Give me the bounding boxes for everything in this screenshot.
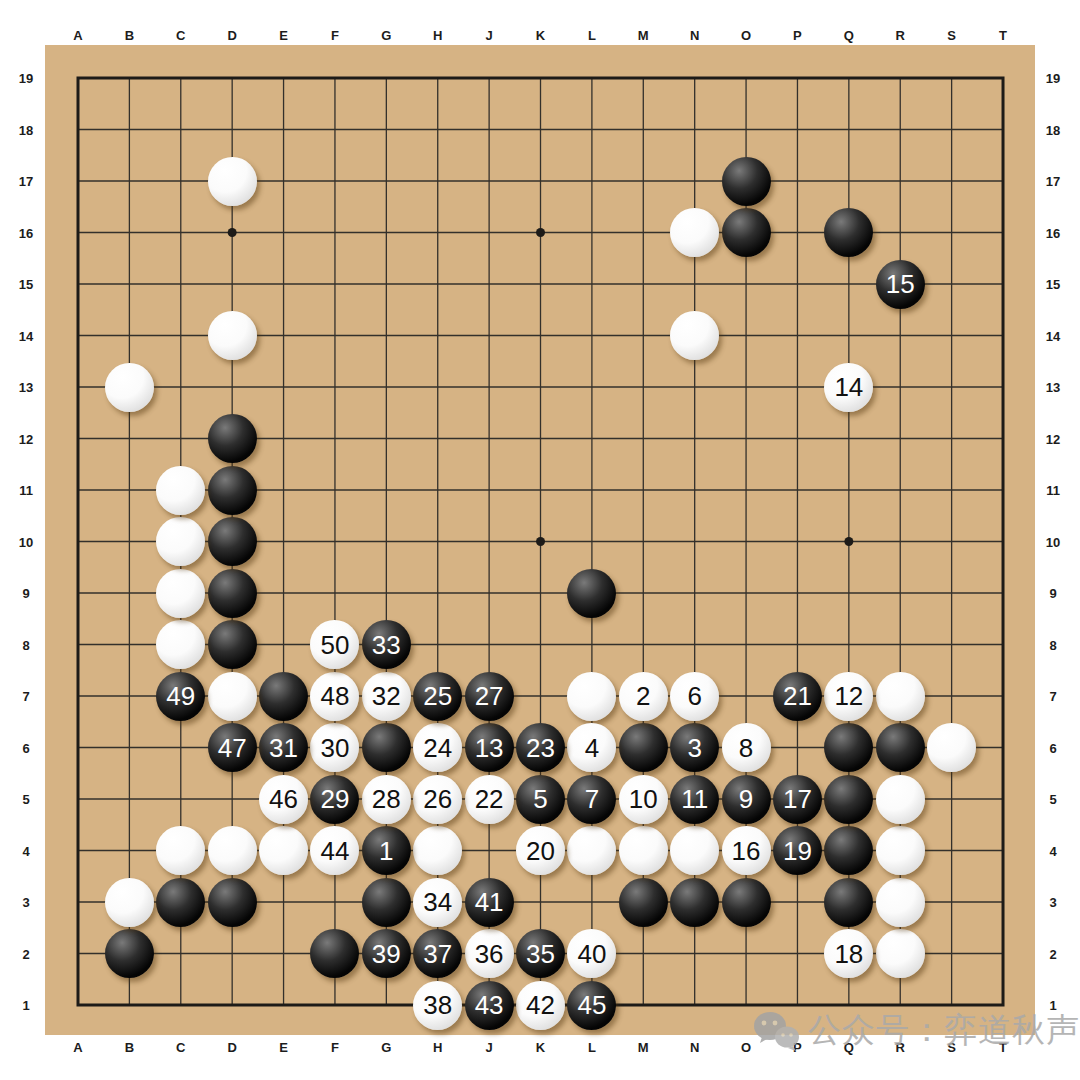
coord-label: 16	[1046, 225, 1060, 240]
stone-white-M5: 10	[619, 775, 668, 824]
stone-black-N6: 3	[670, 723, 719, 772]
coord-label: 3	[22, 895, 29, 910]
coord-label: 12	[19, 431, 33, 446]
stone-black-J3: 41	[465, 878, 514, 927]
stone-black-F5: 29	[310, 775, 359, 824]
stone-black-R6	[876, 723, 925, 772]
stone-black-H7: 25	[413, 672, 462, 721]
stone-white-L7	[567, 672, 616, 721]
stone-white-C10	[156, 517, 205, 566]
coord-label: G	[381, 28, 391, 43]
stone-black-L5: 7	[567, 775, 616, 824]
stone-black-H2: 37	[413, 929, 462, 978]
stone-white-C4	[156, 826, 205, 875]
coord-label: 14	[1046, 328, 1060, 343]
coord-label: 19	[19, 71, 33, 86]
wechat-icon	[752, 1010, 800, 1052]
stone-black-K2: 35	[516, 929, 565, 978]
stone-black-D9	[208, 569, 257, 618]
stone-black-Q5	[824, 775, 873, 824]
coord-label: 9	[1049, 586, 1056, 601]
stone-white-S6	[927, 723, 976, 772]
watermark: 公众号：弈道秋声	[752, 1008, 1080, 1053]
stone-black-L9	[567, 569, 616, 618]
stone-white-G5: 28	[362, 775, 411, 824]
stone-black-R15: 15	[876, 260, 925, 309]
stone-white-N4	[670, 826, 719, 875]
coord-label: 18	[1046, 122, 1060, 137]
stone-black-D12	[208, 414, 257, 463]
coord-label: B	[125, 28, 134, 43]
stone-white-J5: 22	[465, 775, 514, 824]
stone-white-N16	[670, 208, 719, 257]
coord-label: 13	[19, 380, 33, 395]
coord-label: O	[741, 28, 751, 43]
stone-white-O6: 8	[722, 723, 771, 772]
stone-black-O5: 9	[722, 775, 771, 824]
coord-label: 10	[1046, 534, 1060, 549]
coord-label: 1	[22, 998, 29, 1013]
stone-white-B3	[105, 878, 154, 927]
coord-label: 5	[22, 792, 29, 807]
coord-label: B	[125, 1040, 134, 1055]
stone-black-D3	[208, 878, 257, 927]
coord-label: 10	[19, 534, 33, 549]
coord-label: 9	[22, 586, 29, 601]
coord-label: Q	[844, 28, 854, 43]
stone-white-M4	[619, 826, 668, 875]
coord-label: M	[638, 28, 649, 43]
coord-label: H	[433, 28, 442, 43]
coord-label: 15	[19, 277, 33, 292]
stone-white-K4: 20	[516, 826, 565, 875]
coord-label: O	[741, 1040, 751, 1055]
coord-label: 8	[1049, 637, 1056, 652]
coord-label: 5	[1049, 792, 1056, 807]
coord-label: 4	[1049, 843, 1056, 858]
coord-label: 2	[22, 946, 29, 961]
stone-black-G4: 1	[362, 826, 411, 875]
stone-white-Q2: 18	[824, 929, 873, 978]
coord-label: 19	[1046, 71, 1060, 86]
stone-white-O4: 16	[722, 826, 771, 875]
coord-label: 3	[1049, 895, 1056, 910]
coord-label: T	[999, 28, 1007, 43]
stone-white-K1: 42	[516, 981, 565, 1030]
stone-white-Q13: 14	[824, 363, 873, 412]
coord-label: P	[793, 28, 802, 43]
stone-white-C11	[156, 466, 205, 515]
stone-white-J2: 36	[465, 929, 514, 978]
coord-label: 2	[1049, 946, 1056, 961]
coord-label: 7	[22, 689, 29, 704]
stone-black-C3	[156, 878, 205, 927]
goban: 1234567891011121314151617181920212223242…	[45, 45, 1035, 1035]
stone-black-N3	[670, 878, 719, 927]
coord-label: H	[433, 1040, 442, 1055]
stone-white-C9	[156, 569, 205, 618]
coord-label: C	[176, 1040, 185, 1055]
coord-label: 6	[1049, 740, 1056, 755]
stone-black-D6: 47	[208, 723, 257, 772]
coord-label: E	[279, 28, 288, 43]
stone-black-O17	[722, 157, 771, 206]
coord-label: E	[279, 1040, 288, 1055]
stone-black-P4: 19	[773, 826, 822, 875]
coord-label: 14	[19, 328, 33, 343]
stone-black-N5: 11	[670, 775, 719, 824]
stone-black-M3	[619, 878, 668, 927]
stone-black-G3	[362, 878, 411, 927]
coord-label: 13	[1046, 380, 1060, 395]
coord-label: 7	[1049, 689, 1056, 704]
coord-label: M	[638, 1040, 649, 1055]
coord-label: 11	[19, 483, 33, 498]
stone-white-E5: 46	[259, 775, 308, 824]
coord-label: C	[176, 28, 185, 43]
stone-black-Q16	[824, 208, 873, 257]
stone-white-F7: 48	[310, 672, 359, 721]
coord-label: K	[536, 28, 545, 43]
stone-white-D17	[208, 157, 257, 206]
coord-label: G	[381, 1040, 391, 1055]
stone-white-Q7: 12	[824, 672, 873, 721]
stone-black-D11	[208, 466, 257, 515]
coord-label: 15	[1046, 277, 1060, 292]
stone-white-H4	[413, 826, 462, 875]
stone-black-G6	[362, 723, 411, 772]
coord-label: F	[331, 28, 339, 43]
stone-white-D4	[208, 826, 257, 875]
stone-white-D7	[208, 672, 257, 721]
page: { "game": "go", "board_size": 19, "colum…	[0, 0, 1080, 1080]
stone-white-B13	[105, 363, 154, 412]
stone-white-R4	[876, 826, 925, 875]
watermark-text: 公众号：弈道秋声	[808, 1008, 1080, 1053]
stone-black-E6: 31	[259, 723, 308, 772]
coord-label: S	[947, 28, 956, 43]
coord-label: 16	[19, 225, 33, 240]
coord-label: 18	[19, 122, 33, 137]
coord-label: K	[536, 1040, 545, 1055]
stone-black-P5: 17	[773, 775, 822, 824]
coord-label: L	[588, 28, 596, 43]
stone-black-D8	[208, 620, 257, 669]
coord-label: F	[331, 1040, 339, 1055]
coord-label: 12	[1046, 431, 1060, 446]
stone-black-M6	[619, 723, 668, 772]
coord-label: 8	[22, 637, 29, 652]
stone-black-K5: 5	[516, 775, 565, 824]
coord-label: L	[588, 1040, 596, 1055]
coord-label: D	[227, 28, 236, 43]
coord-label: 17	[1046, 174, 1060, 189]
coord-label: N	[690, 1040, 699, 1055]
stone-white-R3	[876, 878, 925, 927]
stone-white-N7: 6	[670, 672, 719, 721]
stone-white-H1: 38	[413, 981, 462, 1030]
coord-label: J	[485, 28, 492, 43]
stone-white-R5	[876, 775, 925, 824]
stone-black-B2	[105, 929, 154, 978]
stone-black-G8: 33	[362, 620, 411, 669]
coord-label: A	[73, 1040, 82, 1055]
stone-black-Q6	[824, 723, 873, 772]
stone-black-G2: 39	[362, 929, 411, 978]
coord-label: 4	[22, 843, 29, 858]
stone-black-K6: 23	[516, 723, 565, 772]
coord-label: N	[690, 28, 699, 43]
stone-black-J1: 43	[465, 981, 514, 1030]
stone-black-C7: 49	[156, 672, 205, 721]
stone-black-L1: 45	[567, 981, 616, 1030]
stone-white-N14	[670, 311, 719, 360]
stone-black-P7: 21	[773, 672, 822, 721]
coord-label: J	[485, 1040, 492, 1055]
coord-label: R	[896, 28, 905, 43]
stone-white-R7	[876, 672, 925, 721]
stone-white-H6: 24	[413, 723, 462, 772]
coord-label: D	[227, 1040, 236, 1055]
stone-black-J6: 13	[465, 723, 514, 772]
coord-label: 6	[22, 740, 29, 755]
stone-black-Q3	[824, 878, 873, 927]
coord-label: A	[73, 28, 82, 43]
stone-white-H5: 26	[413, 775, 462, 824]
coord-label: 11	[1046, 483, 1060, 498]
stone-white-D14	[208, 311, 257, 360]
stone-white-R2	[876, 929, 925, 978]
stone-black-O3	[722, 878, 771, 927]
stone-black-E7	[259, 672, 308, 721]
stone-black-O16	[722, 208, 771, 257]
stone-white-C8	[156, 620, 205, 669]
stone-white-G7: 32	[362, 672, 411, 721]
coord-label: 17	[19, 174, 33, 189]
stone-black-J7: 27	[465, 672, 514, 721]
stone-black-Q4	[824, 826, 873, 875]
stone-white-H3: 34	[413, 878, 462, 927]
stone-black-D10	[208, 517, 257, 566]
stone-white-M7: 2	[619, 672, 668, 721]
stone-white-E4	[259, 826, 308, 875]
